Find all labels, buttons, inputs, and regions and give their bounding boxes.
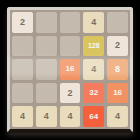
- tile-4-r5c5: 4: [107, 106, 128, 127]
- tile-4-r3c4: 4: [83, 59, 104, 80]
- empty-cell-r4c1: [12, 83, 33, 104]
- empty-cell-r3c1: [12, 59, 33, 80]
- tile-2-r1c1: 2: [12, 12, 33, 33]
- tile-128-r2c4: 128: [83, 36, 104, 57]
- tile-16-r4c5: 16: [107, 83, 128, 104]
- tile-grid: 241282164823216444644: [10, 10, 130, 129]
- tile-4-r5c2: 4: [36, 106, 57, 127]
- empty-cell-r2c2: [36, 36, 57, 57]
- screenshot-background: 241282164823216444644: [0, 0, 140, 140]
- empty-cell-r2c1: [12, 36, 33, 57]
- tile-16-r3c3: 16: [60, 59, 81, 80]
- tile-32-r4c4: 32: [83, 83, 104, 104]
- tile-8-r3c5: 8: [107, 59, 128, 80]
- empty-cell-r2c3: [60, 36, 81, 57]
- empty-cell-r3c2: [36, 59, 57, 80]
- empty-cell-r4c2: [36, 83, 57, 104]
- tile-2-r2c5: 2: [107, 36, 128, 57]
- tile-2-r4c3: 2: [60, 83, 81, 104]
- tile-64-r5c4: 64: [83, 106, 104, 127]
- tile-4-r1c4: 4: [83, 12, 104, 33]
- 2048-board[interactable]: 241282164823216444644: [7, 7, 133, 133]
- tile-4-r5c3: 4: [60, 106, 81, 127]
- empty-cell-r1c5: [107, 12, 128, 33]
- empty-cell-r1c3: [60, 12, 81, 33]
- empty-cell-r1c2: [36, 12, 57, 33]
- tile-4-r5c1: 4: [12, 106, 33, 127]
